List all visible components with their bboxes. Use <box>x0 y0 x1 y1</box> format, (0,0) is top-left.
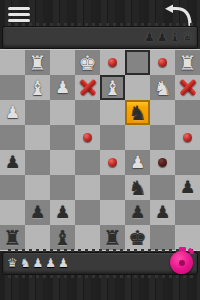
stopwatch-center-dot <box>179 260 185 266</box>
move-hint-dot[interactable] <box>183 133 192 142</box>
square-h8[interactable]: ♜ <box>0 225 25 250</box>
black-pawn: ♟ <box>5 154 20 171</box>
square-b3[interactable] <box>150 100 175 125</box>
square-e1[interactable]: ♚ <box>75 50 100 75</box>
unsafe-move-x-icon[interactable] <box>78 78 98 98</box>
captured-piece: ♟ <box>157 31 168 43</box>
square-a1[interactable]: ♜ <box>175 50 200 75</box>
square-e4[interactable] <box>75 125 100 150</box>
square-g8[interactable] <box>25 225 50 250</box>
square-g3[interactable] <box>25 100 50 125</box>
black-pawn: ♟ <box>155 204 170 221</box>
menu-bar <box>8 7 30 10</box>
black-pawn: ♟ <box>55 204 70 221</box>
square-b2[interactable]: ♞ <box>150 75 175 100</box>
square-c1[interactable] <box>125 50 150 75</box>
captured-piece: ♟ <box>58 257 69 269</box>
thinking-timer-stopwatch-icon <box>169 247 196 274</box>
square-d1[interactable] <box>100 50 125 75</box>
move-hint-dot[interactable] <box>158 58 167 67</box>
square-b4[interactable] <box>150 125 175 150</box>
black-rook: ♜ <box>104 228 122 248</box>
square-a3[interactable] <box>175 100 200 125</box>
square-g2[interactable]: ♝ <box>25 75 50 100</box>
square-g4[interactable] <box>25 125 50 150</box>
square-c3[interactable]: ♞ <box>125 100 150 125</box>
captured-piece: ♛ <box>182 31 193 43</box>
black-rook: ♜ <box>4 228 22 248</box>
square-h2[interactable] <box>0 75 25 100</box>
square-f2[interactable]: ♟ <box>50 75 75 100</box>
move-hint-dot[interactable] <box>108 58 117 67</box>
black-pawn: ♟ <box>30 204 45 221</box>
white-pawn: ♟ <box>130 154 145 171</box>
square-b1[interactable] <box>150 50 175 75</box>
square-c5[interactable]: ♟ <box>125 150 150 175</box>
square-h7[interactable] <box>0 200 25 225</box>
white-pawn: ♟ <box>5 104 20 121</box>
square-d6[interactable] <box>100 175 125 200</box>
square-f6[interactable] <box>50 175 75 200</box>
square-e5[interactable] <box>75 150 100 175</box>
move-hint-dot[interactable] <box>158 158 167 167</box>
white-rook: ♜ <box>179 53 197 73</box>
square-f3[interactable] <box>50 100 75 125</box>
square-e2[interactable] <box>75 75 100 100</box>
square-a7[interactable] <box>175 200 200 225</box>
square-e3[interactable] <box>75 100 100 125</box>
white-bishop: ♝ <box>29 78 47 98</box>
captured-black-pieces: ♟♟♝♛ <box>144 26 193 47</box>
move-hint-dot[interactable] <box>83 133 92 142</box>
square-g1[interactable]: ♜ <box>25 50 50 75</box>
white-rook: ♜ <box>29 53 47 73</box>
captured-piece: ♟ <box>33 257 44 269</box>
square-a2[interactable] <box>175 75 200 100</box>
black-knight: ♞ <box>129 103 147 123</box>
white-king: ♚ <box>79 53 97 73</box>
white-pawn: ♟ <box>55 79 70 96</box>
square-f4[interactable] <box>50 125 75 150</box>
square-b6[interactable] <box>150 175 175 200</box>
black-bishop: ♝ <box>54 228 72 248</box>
square-c4[interactable] <box>125 125 150 150</box>
square-d3[interactable] <box>100 100 125 125</box>
square-g6[interactable] <box>25 175 50 200</box>
square-h5[interactable]: ♟ <box>0 150 25 175</box>
white-bishop: ♝ <box>104 78 122 98</box>
square-c2[interactable] <box>125 75 150 100</box>
square-f1[interactable] <box>50 50 75 75</box>
chess-board: ♜♚♜♝♟♝♞♟♞♟♟♞♟♟♟♟♟♜♝♜♚ <box>0 49 200 251</box>
captured-white-pieces: ♛♞♟♟♟ <box>7 252 69 273</box>
square-h3[interactable]: ♟ <box>0 100 25 125</box>
square-d8[interactable]: ♜ <box>100 225 125 250</box>
square-c8[interactable]: ♚ <box>125 225 150 250</box>
square-f5[interactable] <box>50 150 75 175</box>
square-f7[interactable]: ♟ <box>50 200 75 225</box>
menu-bar <box>8 13 30 16</box>
black-pawn: ♟ <box>180 179 195 196</box>
chess-app-screen: ♟♟♝♛ ♜♚♜♝♟♝♞♟♞♟♟♞♟♟♟♟♟♜♝♜♚ ♛♞♟♟♟ <box>0 0 200 300</box>
captured-piece: ♟ <box>144 31 155 43</box>
black-king: ♚ <box>129 228 147 248</box>
black-knight: ♞ <box>129 178 147 198</box>
menu-bar <box>8 19 30 22</box>
square-f8[interactable]: ♝ <box>50 225 75 250</box>
square-d7[interactable] <box>100 200 125 225</box>
white-knight: ♞ <box>154 78 172 98</box>
square-h1[interactable] <box>0 50 25 75</box>
square-b7[interactable]: ♟ <box>150 200 175 225</box>
square-e7[interactable] <box>75 200 100 225</box>
square-e8[interactable] <box>75 225 100 250</box>
hamburger-menu-icon[interactable] <box>8 7 30 23</box>
square-d5[interactable] <box>100 150 125 175</box>
unsafe-move-x-icon[interactable] <box>178 78 198 98</box>
move-hint-dot[interactable] <box>108 158 117 167</box>
square-b5[interactable] <box>150 150 175 175</box>
square-e6[interactable] <box>75 175 100 200</box>
square-d2[interactable]: ♝ <box>100 75 125 100</box>
square-c6[interactable]: ♞ <box>125 175 150 200</box>
captured-piece: ♟ <box>45 257 56 269</box>
captured-piece: ♛ <box>7 257 18 269</box>
square-a5[interactable] <box>175 150 200 175</box>
square-h4[interactable] <box>0 125 25 150</box>
square-d4[interactable] <box>100 125 125 150</box>
captured-piece: ♞ <box>20 257 31 269</box>
square-g5[interactable] <box>25 150 50 175</box>
square-h6[interactable] <box>0 175 25 200</box>
square-g7[interactable]: ♟ <box>25 200 50 225</box>
captured-piece: ♝ <box>169 31 180 43</box>
square-c7[interactable]: ♟ <box>125 200 150 225</box>
square-a4[interactable] <box>175 125 200 150</box>
square-a6[interactable]: ♟ <box>175 175 200 200</box>
black-pawn: ♟ <box>130 204 145 221</box>
